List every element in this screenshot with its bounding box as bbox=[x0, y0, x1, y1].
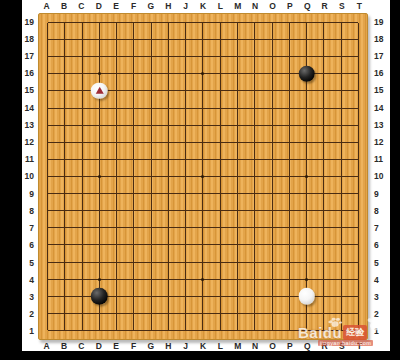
intersection-S10[interactable] bbox=[332, 168, 349, 185]
intersection-O6[interactable] bbox=[263, 236, 280, 253]
intersection-J8[interactable] bbox=[177, 202, 194, 219]
intersection-T7[interactable] bbox=[350, 219, 367, 236]
intersection-G4[interactable] bbox=[143, 271, 160, 288]
intersection-D3[interactable] bbox=[91, 288, 108, 305]
intersection-Q9[interactable] bbox=[298, 185, 315, 202]
intersection-Q8[interactable] bbox=[298, 202, 315, 219]
intersection-J12[interactable] bbox=[177, 134, 194, 151]
intersection-Q4[interactable] bbox=[298, 271, 315, 288]
intersection-P13[interactable] bbox=[281, 117, 298, 134]
intersection-H17[interactable] bbox=[160, 48, 177, 65]
intersection-E7[interactable] bbox=[108, 219, 125, 236]
intersection-D17[interactable] bbox=[91, 48, 108, 65]
intersection-N9[interactable] bbox=[246, 185, 263, 202]
intersection-H10[interactable] bbox=[160, 168, 177, 185]
intersection-O10[interactable] bbox=[263, 168, 280, 185]
intersection-O13[interactable] bbox=[263, 117, 280, 134]
intersection-F1[interactable] bbox=[125, 322, 142, 339]
intersection-J11[interactable] bbox=[177, 151, 194, 168]
intersection-B14[interactable] bbox=[56, 100, 73, 117]
intersection-L12[interactable] bbox=[212, 134, 229, 151]
intersection-R13[interactable] bbox=[315, 117, 332, 134]
intersection-K1[interactable] bbox=[194, 322, 211, 339]
intersection-K14[interactable] bbox=[194, 100, 211, 117]
intersection-R10[interactable] bbox=[315, 168, 332, 185]
intersection-K5[interactable] bbox=[194, 253, 211, 270]
intersection-P16[interactable] bbox=[281, 65, 298, 82]
intersection-T17[interactable] bbox=[350, 48, 367, 65]
intersection-C4[interactable] bbox=[74, 271, 91, 288]
intersection-G15[interactable] bbox=[143, 82, 160, 99]
intersection-B6[interactable] bbox=[56, 236, 73, 253]
intersection-M11[interactable] bbox=[229, 151, 246, 168]
intersection-R5[interactable] bbox=[315, 253, 332, 270]
intersection-R11[interactable] bbox=[315, 151, 332, 168]
intersection-E4[interactable] bbox=[108, 271, 125, 288]
intersection-C5[interactable] bbox=[74, 253, 91, 270]
intersection-F4[interactable] bbox=[125, 271, 142, 288]
intersection-O7[interactable] bbox=[263, 219, 280, 236]
intersection-E2[interactable] bbox=[108, 305, 125, 322]
intersection-T10[interactable] bbox=[350, 168, 367, 185]
intersection-L17[interactable] bbox=[212, 48, 229, 65]
intersection-N7[interactable] bbox=[246, 219, 263, 236]
intersection-S17[interactable] bbox=[332, 48, 349, 65]
intersection-D5[interactable] bbox=[91, 253, 108, 270]
intersection-B16[interactable] bbox=[56, 65, 73, 82]
intersection-R4[interactable] bbox=[315, 271, 332, 288]
intersection-O1[interactable] bbox=[263, 322, 280, 339]
intersection-D18[interactable] bbox=[91, 31, 108, 48]
intersection-H15[interactable] bbox=[160, 82, 177, 99]
intersection-C9[interactable] bbox=[74, 185, 91, 202]
intersection-E18[interactable] bbox=[108, 31, 125, 48]
intersection-D6[interactable] bbox=[91, 236, 108, 253]
intersection-G6[interactable] bbox=[143, 236, 160, 253]
intersection-D16[interactable] bbox=[91, 65, 108, 82]
intersection-C13[interactable] bbox=[74, 117, 91, 134]
intersection-K3[interactable] bbox=[194, 288, 211, 305]
intersection-L4[interactable] bbox=[212, 271, 229, 288]
intersection-O11[interactable] bbox=[263, 151, 280, 168]
intersection-R9[interactable] bbox=[315, 185, 332, 202]
intersection-C10[interactable] bbox=[74, 168, 91, 185]
intersection-G9[interactable] bbox=[143, 185, 160, 202]
intersection-A17[interactable] bbox=[39, 48, 56, 65]
intersection-E11[interactable] bbox=[108, 151, 125, 168]
intersection-H3[interactable] bbox=[160, 288, 177, 305]
intersection-Q12[interactable] bbox=[298, 134, 315, 151]
intersection-Q6[interactable] bbox=[298, 236, 315, 253]
intersection-C12[interactable] bbox=[74, 134, 91, 151]
intersection-R15[interactable] bbox=[315, 82, 332, 99]
intersection-D13[interactable] bbox=[91, 117, 108, 134]
intersection-B2[interactable] bbox=[56, 305, 73, 322]
intersection-Q16[interactable] bbox=[298, 65, 315, 82]
intersection-K4[interactable] bbox=[194, 271, 211, 288]
intersection-S18[interactable] bbox=[332, 31, 349, 48]
intersection-Q14[interactable] bbox=[298, 100, 315, 117]
intersection-E13[interactable] bbox=[108, 117, 125, 134]
intersection-D8[interactable] bbox=[91, 202, 108, 219]
intersection-B19[interactable] bbox=[56, 14, 73, 31]
intersection-F17[interactable] bbox=[125, 48, 142, 65]
intersection-P19[interactable] bbox=[281, 14, 298, 31]
intersection-K15[interactable] bbox=[194, 82, 211, 99]
intersection-C8[interactable] bbox=[74, 202, 91, 219]
intersection-C19[interactable] bbox=[74, 14, 91, 31]
intersection-H8[interactable] bbox=[160, 202, 177, 219]
intersection-B5[interactable] bbox=[56, 253, 73, 270]
intersection-G19[interactable] bbox=[143, 14, 160, 31]
intersection-G7[interactable] bbox=[143, 219, 160, 236]
intersection-J10[interactable] bbox=[177, 168, 194, 185]
intersection-H11[interactable] bbox=[160, 151, 177, 168]
intersection-L1[interactable] bbox=[212, 322, 229, 339]
intersection-L13[interactable] bbox=[212, 117, 229, 134]
intersection-M1[interactable] bbox=[229, 322, 246, 339]
intersection-F12[interactable] bbox=[125, 134, 142, 151]
intersection-G17[interactable] bbox=[143, 48, 160, 65]
intersection-O12[interactable] bbox=[263, 134, 280, 151]
intersection-R3[interactable] bbox=[315, 288, 332, 305]
intersection-J6[interactable] bbox=[177, 236, 194, 253]
intersection-D11[interactable] bbox=[91, 151, 108, 168]
intersection-P14[interactable] bbox=[281, 100, 298, 117]
intersection-M19[interactable] bbox=[229, 14, 246, 31]
intersection-M8[interactable] bbox=[229, 202, 246, 219]
intersection-G12[interactable] bbox=[143, 134, 160, 151]
intersection-A12[interactable] bbox=[39, 134, 56, 151]
intersection-N16[interactable] bbox=[246, 65, 263, 82]
intersection-H5[interactable] bbox=[160, 253, 177, 270]
intersection-Q3[interactable] bbox=[298, 288, 315, 305]
intersection-E17[interactable] bbox=[108, 48, 125, 65]
intersection-L15[interactable] bbox=[212, 82, 229, 99]
intersection-C17[interactable] bbox=[74, 48, 91, 65]
intersection-S8[interactable] bbox=[332, 202, 349, 219]
intersection-L19[interactable] bbox=[212, 14, 229, 31]
intersection-H14[interactable] bbox=[160, 100, 177, 117]
intersection-Q17[interactable] bbox=[298, 48, 315, 65]
intersection-F6[interactable] bbox=[125, 236, 142, 253]
intersection-F15[interactable] bbox=[125, 82, 142, 99]
intersection-R12[interactable] bbox=[315, 134, 332, 151]
intersection-B4[interactable] bbox=[56, 271, 73, 288]
intersection-O16[interactable] bbox=[263, 65, 280, 82]
intersection-P9[interactable] bbox=[281, 185, 298, 202]
intersection-S13[interactable] bbox=[332, 117, 349, 134]
intersection-L9[interactable] bbox=[212, 185, 229, 202]
intersection-E14[interactable] bbox=[108, 100, 125, 117]
intersection-P2[interactable] bbox=[281, 305, 298, 322]
intersection-N14[interactable] bbox=[246, 100, 263, 117]
intersection-P3[interactable] bbox=[281, 288, 298, 305]
intersection-H4[interactable] bbox=[160, 271, 177, 288]
intersection-S5[interactable] bbox=[332, 253, 349, 270]
intersection-R6[interactable] bbox=[315, 236, 332, 253]
intersection-P6[interactable] bbox=[281, 236, 298, 253]
intersection-R16[interactable] bbox=[315, 65, 332, 82]
intersection-P1[interactable] bbox=[281, 322, 298, 339]
intersection-F9[interactable] bbox=[125, 185, 142, 202]
intersection-N1[interactable] bbox=[246, 322, 263, 339]
intersection-J14[interactable] bbox=[177, 100, 194, 117]
intersection-R17[interactable] bbox=[315, 48, 332, 65]
intersection-N10[interactable] bbox=[246, 168, 263, 185]
intersection-E10[interactable] bbox=[108, 168, 125, 185]
intersection-G1[interactable] bbox=[143, 322, 160, 339]
intersection-D10[interactable] bbox=[91, 168, 108, 185]
intersection-P15[interactable] bbox=[281, 82, 298, 99]
intersection-M7[interactable] bbox=[229, 219, 246, 236]
intersection-S16[interactable] bbox=[332, 65, 349, 82]
intersection-J13[interactable] bbox=[177, 117, 194, 134]
intersection-G16[interactable] bbox=[143, 65, 160, 82]
intersection-C15[interactable] bbox=[74, 82, 91, 99]
intersection-F19[interactable] bbox=[125, 14, 142, 31]
intersection-G3[interactable] bbox=[143, 288, 160, 305]
intersection-P12[interactable] bbox=[281, 134, 298, 151]
intersection-Q13[interactable] bbox=[298, 117, 315, 134]
intersection-D1[interactable] bbox=[91, 322, 108, 339]
intersection-B12[interactable] bbox=[56, 134, 73, 151]
intersection-K19[interactable] bbox=[194, 14, 211, 31]
intersection-N15[interactable] bbox=[246, 82, 263, 99]
intersection-B9[interactable] bbox=[56, 185, 73, 202]
intersection-K10[interactable] bbox=[194, 168, 211, 185]
intersection-D2[interactable] bbox=[91, 305, 108, 322]
intersection-B15[interactable] bbox=[56, 82, 73, 99]
intersection-N6[interactable] bbox=[246, 236, 263, 253]
intersection-H19[interactable] bbox=[160, 14, 177, 31]
intersection-B17[interactable] bbox=[56, 48, 73, 65]
intersection-R18[interactable] bbox=[315, 31, 332, 48]
intersection-L10[interactable] bbox=[212, 168, 229, 185]
intersection-A16[interactable] bbox=[39, 65, 56, 82]
intersection-N4[interactable] bbox=[246, 271, 263, 288]
intersection-T19[interactable] bbox=[350, 14, 367, 31]
intersection-F16[interactable] bbox=[125, 65, 142, 82]
intersection-L14[interactable] bbox=[212, 100, 229, 117]
intersection-J18[interactable] bbox=[177, 31, 194, 48]
intersection-Q5[interactable] bbox=[298, 253, 315, 270]
intersection-P11[interactable] bbox=[281, 151, 298, 168]
intersection-O3[interactable] bbox=[263, 288, 280, 305]
intersection-K9[interactable] bbox=[194, 185, 211, 202]
intersection-K8[interactable] bbox=[194, 202, 211, 219]
intersection-T12[interactable] bbox=[350, 134, 367, 151]
intersection-J16[interactable] bbox=[177, 65, 194, 82]
intersection-S11[interactable] bbox=[332, 151, 349, 168]
intersection-M18[interactable] bbox=[229, 31, 246, 48]
intersection-O2[interactable] bbox=[263, 305, 280, 322]
intersection-A9[interactable] bbox=[39, 185, 56, 202]
intersection-T4[interactable] bbox=[350, 271, 367, 288]
intersection-L2[interactable] bbox=[212, 305, 229, 322]
intersection-S15[interactable] bbox=[332, 82, 349, 99]
intersection-F8[interactable] bbox=[125, 202, 142, 219]
intersection-L7[interactable] bbox=[212, 219, 229, 236]
intersection-T5[interactable] bbox=[350, 253, 367, 270]
intersection-M3[interactable] bbox=[229, 288, 246, 305]
intersection-H2[interactable] bbox=[160, 305, 177, 322]
intersection-N12[interactable] bbox=[246, 134, 263, 151]
intersection-M14[interactable] bbox=[229, 100, 246, 117]
intersection-L3[interactable] bbox=[212, 288, 229, 305]
intersection-N3[interactable] bbox=[246, 288, 263, 305]
intersection-T8[interactable] bbox=[350, 202, 367, 219]
intersection-P7[interactable] bbox=[281, 219, 298, 236]
intersection-E15[interactable] bbox=[108, 82, 125, 99]
intersection-S6[interactable] bbox=[332, 236, 349, 253]
intersection-K12[interactable] bbox=[194, 134, 211, 151]
intersection-J2[interactable] bbox=[177, 305, 194, 322]
intersection-S9[interactable] bbox=[332, 185, 349, 202]
intersection-C11[interactable] bbox=[74, 151, 91, 168]
intersection-J5[interactable] bbox=[177, 253, 194, 270]
intersection-M10[interactable] bbox=[229, 168, 246, 185]
intersection-M5[interactable] bbox=[229, 253, 246, 270]
intersection-A8[interactable] bbox=[39, 202, 56, 219]
intersection-M13[interactable] bbox=[229, 117, 246, 134]
intersection-F5[interactable] bbox=[125, 253, 142, 270]
intersection-D14[interactable] bbox=[91, 100, 108, 117]
intersection-F3[interactable] bbox=[125, 288, 142, 305]
intersection-E8[interactable] bbox=[108, 202, 125, 219]
intersection-M12[interactable] bbox=[229, 134, 246, 151]
intersection-D15[interactable] bbox=[91, 82, 108, 99]
intersection-H12[interactable] bbox=[160, 134, 177, 151]
intersection-T3[interactable] bbox=[350, 288, 367, 305]
intersection-J7[interactable] bbox=[177, 219, 194, 236]
intersection-A14[interactable] bbox=[39, 100, 56, 117]
intersection-M6[interactable] bbox=[229, 236, 246, 253]
intersection-G10[interactable] bbox=[143, 168, 160, 185]
intersection-T11[interactable] bbox=[350, 151, 367, 168]
intersection-N13[interactable] bbox=[246, 117, 263, 134]
intersection-A6[interactable] bbox=[39, 236, 56, 253]
intersection-S14[interactable] bbox=[332, 100, 349, 117]
intersection-K2[interactable] bbox=[194, 305, 211, 322]
intersection-P18[interactable] bbox=[281, 31, 298, 48]
intersection-E6[interactable] bbox=[108, 236, 125, 253]
intersection-M16[interactable] bbox=[229, 65, 246, 82]
intersection-A13[interactable] bbox=[39, 117, 56, 134]
intersection-B13[interactable] bbox=[56, 117, 73, 134]
intersection-S3[interactable] bbox=[332, 288, 349, 305]
intersection-N18[interactable] bbox=[246, 31, 263, 48]
intersection-E19[interactable] bbox=[108, 14, 125, 31]
intersection-A1[interactable] bbox=[39, 322, 56, 339]
intersection-G18[interactable] bbox=[143, 31, 160, 48]
intersection-C6[interactable] bbox=[74, 236, 91, 253]
intersection-B3[interactable] bbox=[56, 288, 73, 305]
intersection-A19[interactable] bbox=[39, 14, 56, 31]
intersection-P5[interactable] bbox=[281, 253, 298, 270]
intersection-L18[interactable] bbox=[212, 31, 229, 48]
intersection-N19[interactable] bbox=[246, 14, 263, 31]
intersection-A15[interactable] bbox=[39, 82, 56, 99]
intersection-M4[interactable] bbox=[229, 271, 246, 288]
intersection-C16[interactable] bbox=[74, 65, 91, 82]
intersection-H13[interactable] bbox=[160, 117, 177, 134]
intersection-Q19[interactable] bbox=[298, 14, 315, 31]
intersection-K18[interactable] bbox=[194, 31, 211, 48]
intersection-J1[interactable] bbox=[177, 322, 194, 339]
intersection-R14[interactable] bbox=[315, 100, 332, 117]
intersection-B7[interactable] bbox=[56, 219, 73, 236]
intersection-L6[interactable] bbox=[212, 236, 229, 253]
intersection-K13[interactable] bbox=[194, 117, 211, 134]
intersection-O8[interactable] bbox=[263, 202, 280, 219]
intersection-J17[interactable] bbox=[177, 48, 194, 65]
intersection-F14[interactable] bbox=[125, 100, 142, 117]
intersection-F10[interactable] bbox=[125, 168, 142, 185]
intersection-H16[interactable] bbox=[160, 65, 177, 82]
intersection-N11[interactable] bbox=[246, 151, 263, 168]
intersection-C3[interactable] bbox=[74, 288, 91, 305]
intersection-K16[interactable] bbox=[194, 65, 211, 82]
intersection-N8[interactable] bbox=[246, 202, 263, 219]
intersection-T9[interactable] bbox=[350, 185, 367, 202]
intersection-P10[interactable] bbox=[281, 168, 298, 185]
intersection-E16[interactable] bbox=[108, 65, 125, 82]
intersection-S7[interactable] bbox=[332, 219, 349, 236]
intersection-O15[interactable] bbox=[263, 82, 280, 99]
intersection-G5[interactable] bbox=[143, 253, 160, 270]
intersection-L11[interactable] bbox=[212, 151, 229, 168]
intersection-R8[interactable] bbox=[315, 202, 332, 219]
intersection-O19[interactable] bbox=[263, 14, 280, 31]
intersection-O9[interactable] bbox=[263, 185, 280, 202]
intersection-A7[interactable] bbox=[39, 219, 56, 236]
intersection-K7[interactable] bbox=[194, 219, 211, 236]
intersection-A3[interactable] bbox=[39, 288, 56, 305]
intersection-J15[interactable] bbox=[177, 82, 194, 99]
intersection-L16[interactable] bbox=[212, 65, 229, 82]
intersection-J9[interactable] bbox=[177, 185, 194, 202]
intersection-K17[interactable] bbox=[194, 48, 211, 65]
intersection-Q10[interactable] bbox=[298, 168, 315, 185]
intersection-N17[interactable] bbox=[246, 48, 263, 65]
intersection-F2[interactable] bbox=[125, 305, 142, 322]
intersection-H6[interactable] bbox=[160, 236, 177, 253]
intersection-E12[interactable] bbox=[108, 134, 125, 151]
intersection-G11[interactable] bbox=[143, 151, 160, 168]
intersection-L5[interactable] bbox=[212, 253, 229, 270]
intersection-G13[interactable] bbox=[143, 117, 160, 134]
intersection-G2[interactable] bbox=[143, 305, 160, 322]
intersection-F18[interactable] bbox=[125, 31, 142, 48]
intersection-E9[interactable] bbox=[108, 185, 125, 202]
intersection-C18[interactable] bbox=[74, 31, 91, 48]
intersection-D19[interactable] bbox=[91, 14, 108, 31]
intersection-M2[interactable] bbox=[229, 305, 246, 322]
intersection-B11[interactable] bbox=[56, 151, 73, 168]
intersection-F11[interactable] bbox=[125, 151, 142, 168]
intersection-P17[interactable] bbox=[281, 48, 298, 65]
intersection-A4[interactable] bbox=[39, 271, 56, 288]
intersection-K11[interactable] bbox=[194, 151, 211, 168]
intersection-Q7[interactable] bbox=[298, 219, 315, 236]
intersection-A11[interactable] bbox=[39, 151, 56, 168]
intersection-O14[interactable] bbox=[263, 100, 280, 117]
intersection-T6[interactable] bbox=[350, 236, 367, 253]
intersection-E5[interactable] bbox=[108, 253, 125, 270]
intersection-O17[interactable] bbox=[263, 48, 280, 65]
intersection-F13[interactable] bbox=[125, 117, 142, 134]
